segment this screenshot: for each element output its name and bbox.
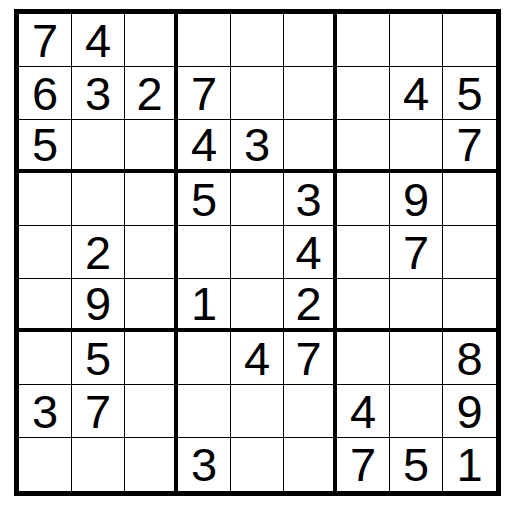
cell-r2c6[interactable]: [284, 67, 337, 120]
cell-r3c4[interactable]: 4: [178, 120, 231, 173]
cell-r2c7[interactable]: [337, 67, 390, 120]
cell-r6c2[interactable]: 9: [72, 279, 125, 332]
cell-r7c2[interactable]: 5: [72, 332, 125, 385]
cell-r1c4[interactable]: [178, 14, 231, 67]
cell-r8c8[interactable]: [390, 385, 443, 438]
cell-r6c6[interactable]: 2: [284, 279, 337, 332]
cell-r7c7[interactable]: [337, 332, 390, 385]
cell-r6c3[interactable]: [125, 279, 178, 332]
cell-r9c3[interactable]: [125, 438, 178, 491]
cell-r2c4[interactable]: 7: [178, 67, 231, 120]
cell-r1c3[interactable]: [125, 14, 178, 67]
cell-r1c8[interactable]: [390, 14, 443, 67]
cell-r1c2[interactable]: 4: [72, 14, 125, 67]
cell-r3c6[interactable]: [284, 120, 337, 173]
cell-r8c5[interactable]: [231, 385, 284, 438]
cell-r7c4[interactable]: [178, 332, 231, 385]
cell-r5c2[interactable]: 2: [72, 226, 125, 279]
cell-r8c4[interactable]: [178, 385, 231, 438]
cell-r4c7[interactable]: [337, 173, 390, 226]
cell-r1c6[interactable]: [284, 14, 337, 67]
cell-r5c9[interactable]: [443, 226, 496, 279]
cell-r6c7[interactable]: [337, 279, 390, 332]
cell-r6c5[interactable]: [231, 279, 284, 332]
cell-r3c9[interactable]: 7: [443, 120, 496, 173]
cell-r4c1[interactable]: [19, 173, 72, 226]
cell-r2c9[interactable]: 5: [443, 67, 496, 120]
cell-r9c9[interactable]: 1: [443, 438, 496, 491]
cell-r5c5[interactable]: [231, 226, 284, 279]
cell-r4c4[interactable]: 5: [178, 173, 231, 226]
cell-r2c5[interactable]: [231, 67, 284, 120]
cell-r7c5[interactable]: 4: [231, 332, 284, 385]
cell-r8c2[interactable]: 7: [72, 385, 125, 438]
cell-r6c4[interactable]: 1: [178, 279, 231, 332]
cell-r5c3[interactable]: [125, 226, 178, 279]
cell-r9c2[interactable]: [72, 438, 125, 491]
cell-r4c5[interactable]: [231, 173, 284, 226]
cell-r3c8[interactable]: [390, 120, 443, 173]
cell-r3c5[interactable]: 3: [231, 120, 284, 173]
cell-r2c3[interactable]: 2: [125, 67, 178, 120]
cell-r3c1[interactable]: 5: [19, 120, 72, 173]
cell-r8c9[interactable]: 9: [443, 385, 496, 438]
cell-r5c8[interactable]: 7: [390, 226, 443, 279]
cell-r5c1[interactable]: [19, 226, 72, 279]
cell-r2c8[interactable]: 4: [390, 67, 443, 120]
sudoku-board: 746327455437539247912547837493751: [14, 9, 501, 496]
cell-r4c3[interactable]: [125, 173, 178, 226]
cell-r8c6[interactable]: [284, 385, 337, 438]
cell-r9c8[interactable]: 5: [390, 438, 443, 491]
cell-r7c1[interactable]: [19, 332, 72, 385]
cell-r9c7[interactable]: 7: [337, 438, 390, 491]
cell-r4c2[interactable]: [72, 173, 125, 226]
cell-r3c2[interactable]: [72, 120, 125, 173]
cell-r7c3[interactable]: [125, 332, 178, 385]
cell-r7c8[interactable]: [390, 332, 443, 385]
cell-r2c1[interactable]: 6: [19, 67, 72, 120]
cell-r8c7[interactable]: 4: [337, 385, 390, 438]
cell-r9c4[interactable]: 3: [178, 438, 231, 491]
cell-r1c9[interactable]: [443, 14, 496, 67]
cell-r3c7[interactable]: [337, 120, 390, 173]
cell-r7c6[interactable]: 7: [284, 332, 337, 385]
cell-r6c8[interactable]: [390, 279, 443, 332]
cell-r5c4[interactable]: [178, 226, 231, 279]
cell-r9c5[interactable]: [231, 438, 284, 491]
cell-r9c1[interactable]: [19, 438, 72, 491]
cell-r2c2[interactable]: 3: [72, 67, 125, 120]
cell-r7c9[interactable]: 8: [443, 332, 496, 385]
cell-r8c1[interactable]: 3: [19, 385, 72, 438]
cell-r6c9[interactable]: [443, 279, 496, 332]
cell-r5c7[interactable]: [337, 226, 390, 279]
cell-r9c6[interactable]: [284, 438, 337, 491]
cell-r1c1[interactable]: 7: [19, 14, 72, 67]
cell-r1c7[interactable]: [337, 14, 390, 67]
cell-r4c6[interactable]: 3: [284, 173, 337, 226]
cell-r5c6[interactable]: 4: [284, 226, 337, 279]
cell-r1c5[interactable]: [231, 14, 284, 67]
cell-r4c9[interactable]: [443, 173, 496, 226]
cell-r4c8[interactable]: 9: [390, 173, 443, 226]
cell-r6c1[interactable]: [19, 279, 72, 332]
cell-r3c3[interactable]: [125, 120, 178, 173]
cell-r8c3[interactable]: [125, 385, 178, 438]
